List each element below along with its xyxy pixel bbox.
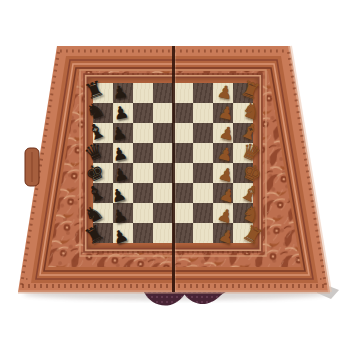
square-h4[interactable] xyxy=(173,223,193,243)
fold-seam xyxy=(172,46,174,292)
square-e5[interactable] xyxy=(153,163,173,183)
square-d4[interactable] xyxy=(173,143,193,163)
square-c6[interactable] xyxy=(133,123,153,143)
square-h3[interactable] xyxy=(193,223,213,243)
square-c3[interactable] xyxy=(193,123,213,143)
square-d5[interactable] xyxy=(153,143,173,163)
square-b5[interactable] xyxy=(153,103,173,123)
square-a6[interactable] xyxy=(133,83,153,103)
square-d3[interactable] xyxy=(193,143,213,163)
square-g5[interactable] xyxy=(153,203,173,223)
square-a4[interactable] xyxy=(173,83,193,103)
square-a5[interactable] xyxy=(153,83,173,103)
square-e6[interactable] xyxy=(133,163,153,183)
square-e4[interactable] xyxy=(173,163,193,183)
square-h5[interactable] xyxy=(153,223,173,243)
square-b3[interactable] xyxy=(193,103,213,123)
square-h6[interactable] xyxy=(133,223,153,243)
latch-knob xyxy=(25,148,39,186)
square-f6[interactable] xyxy=(133,183,153,203)
square-b4[interactable] xyxy=(173,103,193,123)
square-a3[interactable] xyxy=(193,83,213,103)
square-c4[interactable] xyxy=(173,123,193,143)
square-g6[interactable] xyxy=(133,203,153,223)
square-f5[interactable] xyxy=(153,183,173,203)
square-c5[interactable] xyxy=(153,123,173,143)
square-f3[interactable] xyxy=(193,183,213,203)
square-e3[interactable] xyxy=(193,163,213,183)
square-g3[interactable] xyxy=(193,203,213,223)
square-f4[interactable] xyxy=(173,183,193,203)
square-g4[interactable] xyxy=(173,203,193,223)
square-b6[interactable] xyxy=(133,103,153,123)
square-d6[interactable] xyxy=(133,143,153,163)
chess-box-photo: ♜♟♟♜♞♟♟♞♝♟♟♝♛♟♟♛♚♟♟♚♝♟♟♝♞♟♟♞♜♟♟♜ xyxy=(0,0,350,350)
